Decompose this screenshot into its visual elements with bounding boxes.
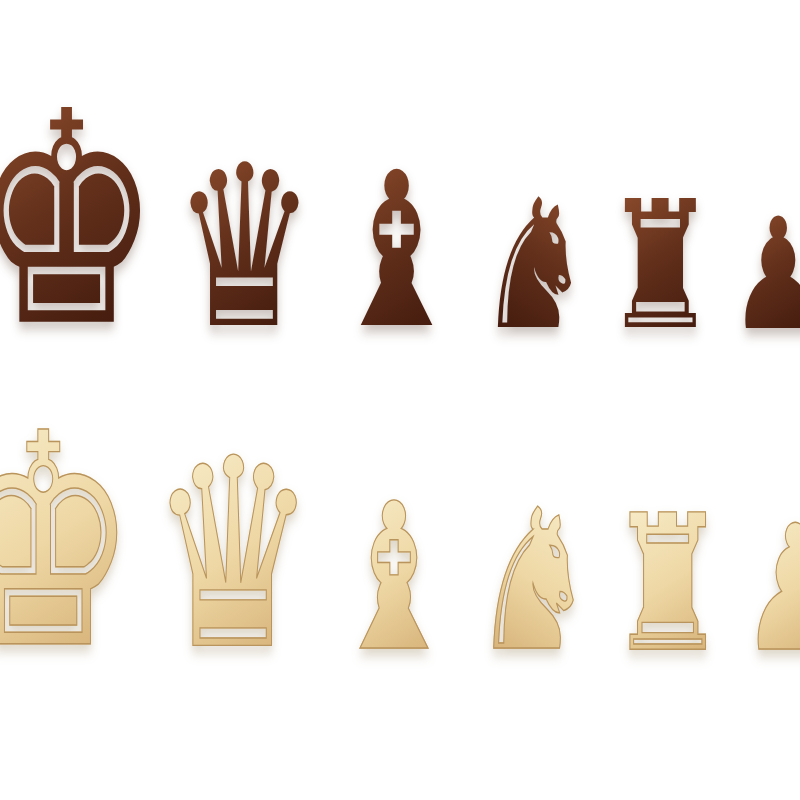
dark-king-piece: ♚ <box>0 74 161 368</box>
dark-piece-row: ♚ ♛ ♝ ♞ ♜ ♟ <box>0 158 800 368</box>
dark-bishop-piece: ♝ <box>328 145 465 359</box>
product-photo-stage: ♚ ♛ ♝ ♞ ♜ ♟ ♚ ♛ ♝ ♞ ♜ ♟ <box>0 0 800 800</box>
dark-queen-piece: ♛ <box>173 136 316 360</box>
light-king-piece: ♚ <box>0 396 137 690</box>
dark-rook-piece: ♜ <box>604 179 717 355</box>
light-pawn-piece: ♟ <box>740 502 800 676</box>
dark-knight-piece: ♞ <box>477 176 592 355</box>
light-piece-row: ♚ ♛ ♝ ♞ ♜ ♟ <box>0 480 800 690</box>
light-rook-piece: ♜ <box>608 490 728 678</box>
light-bishop-piece: ♝ <box>329 476 459 679</box>
light-knight-piece: ♞ <box>471 484 596 679</box>
dark-pawn-piece: ♟ <box>729 198 800 352</box>
light-queen-piece: ♛ <box>149 424 317 686</box>
